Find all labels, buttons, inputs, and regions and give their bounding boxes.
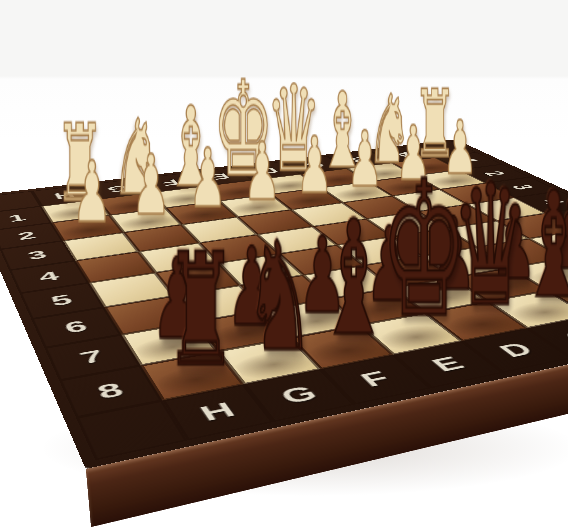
rank-label-left-3: 3 — [25, 249, 48, 262]
rank-label-left-6: 6 — [62, 318, 90, 336]
rank-label-left-7: 7 — [77, 347, 108, 367]
piece-black-king-e8[interactable]: ♚ — [380, 157, 467, 344]
file-label-near-E: E — [426, 353, 469, 374]
file-label-near-G: G — [275, 382, 322, 407]
file-label-near-F: F — [355, 368, 396, 390]
rank-label-left-5: 5 — [48, 292, 75, 308]
piece-white-pawn-h2[interactable]: ♟ — [72, 150, 112, 235]
piece-black-rook-h8[interactable]: ♜ — [165, 233, 237, 388]
rank-label-left-4: 4 — [36, 269, 61, 283]
white-pawn-glyph: ♟ — [189, 138, 227, 219]
piece-white-pawn-g2[interactable]: ♟ — [132, 144, 171, 227]
black-bishop-glyph: ♝ — [317, 200, 391, 358]
file-label-near-C: C — [558, 327, 568, 346]
chess-set-photo: HGFEDCBA1♜♞♝♚♛♝♞♜12♟♟♟♟♟♟♟♟2334455667♟♟♟… — [0, 0, 568, 532]
white-pawn-glyph: ♟ — [244, 132, 281, 212]
piece-black-knight-g8[interactable]: ♞ — [244, 222, 314, 372]
black-rook-glyph: ♜ — [165, 233, 237, 388]
piece-white-pawn-e2[interactable]: ♟ — [244, 132, 281, 212]
file-label-near-H: H — [195, 399, 239, 425]
rank-label-left-1: 1 — [7, 213, 28, 224]
file-label-near-D: D — [493, 340, 538, 360]
chess-board: HGFEDCBA1♜♞♝♚♛♝♞♜12♟♟♟♟♟♟♟♟2334455667♟♟♟… — [0, 139, 568, 469]
white-pawn-glyph: ♟ — [132, 144, 171, 227]
black-knight-glyph: ♞ — [244, 222, 314, 372]
white-pawn-glyph: ♟ — [72, 150, 112, 235]
rank-label-left-2: 2 — [16, 230, 38, 242]
black-king-glyph: ♚ — [380, 157, 467, 344]
piece-white-pawn-f2[interactable]: ♟ — [189, 138, 227, 219]
rank-label-left-8: 8 — [94, 379, 127, 401]
piece-black-bishop-f8[interactable]: ♝ — [317, 200, 391, 358]
